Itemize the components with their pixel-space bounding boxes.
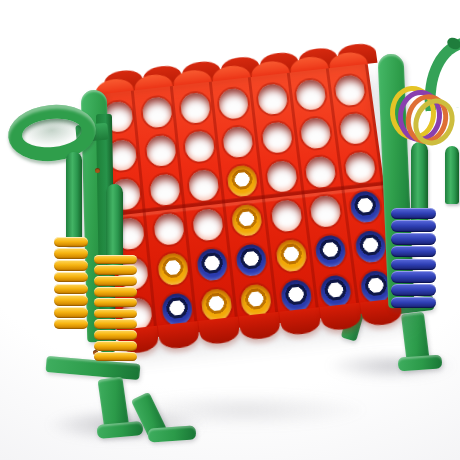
board-cell-r3c3 bbox=[182, 163, 225, 207]
blue-disc-r5c4 bbox=[236, 242, 269, 276]
empty-r2c2 bbox=[145, 134, 177, 167]
yellow-disc-r3c4 bbox=[227, 164, 259, 198]
blue-toss-ring bbox=[391, 246, 436, 258]
board-cell-r4c7 bbox=[343, 184, 388, 228]
board-cell-r5c2 bbox=[151, 246, 195, 291]
left-foot-rear bbox=[148, 425, 197, 442]
empty-r3c6 bbox=[305, 155, 338, 189]
board-scallop bbox=[319, 303, 362, 332]
yellow-disc-r4c4 bbox=[231, 203, 263, 237]
yellow-toss-ring bbox=[94, 352, 137, 362]
empty-r1c5 bbox=[257, 82, 289, 115]
yellow-ring-stack-outer bbox=[52, 234, 90, 332]
blue-disc-r4c7 bbox=[349, 189, 382, 223]
empty-r4c3 bbox=[192, 207, 224, 241]
empty-r1c4 bbox=[218, 87, 250, 120]
yellow-toss-ring bbox=[54, 295, 88, 306]
board-scallop bbox=[279, 307, 321, 336]
board-cell-r2c6 bbox=[294, 111, 338, 154]
board-cell-r2c5 bbox=[255, 116, 298, 159]
empty-r3c3 bbox=[188, 168, 220, 202]
board-cell-r4c5 bbox=[265, 193, 309, 237]
blue-disc-r5c6 bbox=[314, 233, 347, 267]
board-cell-r4c4 bbox=[225, 198, 269, 242]
yellow-toss-ring bbox=[94, 287, 137, 297]
yellow-toss-ring bbox=[54, 284, 88, 295]
board-cell-r4c3 bbox=[186, 202, 230, 246]
empty-r1c3 bbox=[180, 91, 212, 124]
empty-r3c2 bbox=[149, 173, 181, 207]
blue-toss-ring bbox=[391, 220, 436, 232]
empty-r2c4 bbox=[222, 125, 254, 158]
yellow-toss-ring bbox=[94, 319, 137, 329]
board-cell-r3c5 bbox=[260, 154, 304, 198]
board-cell-r1c5 bbox=[251, 78, 294, 121]
empty-r1c6 bbox=[295, 78, 327, 111]
yellow-toss-ring bbox=[54, 248, 88, 259]
empty-r2c3 bbox=[184, 129, 216, 162]
yellow-toss-ring bbox=[94, 255, 137, 265]
board-cell-r5c5 bbox=[269, 233, 313, 278]
board-cell-r1c2 bbox=[136, 91, 178, 134]
board-cell-r2c2 bbox=[139, 129, 182, 172]
game-board bbox=[95, 64, 401, 342]
yellow-toss-ring bbox=[94, 265, 137, 275]
empty-r2c6 bbox=[300, 116, 332, 149]
board-cell-r2c3 bbox=[178, 124, 221, 167]
yellow-toss-ring bbox=[94, 330, 137, 340]
yellow-toss-ring bbox=[54, 307, 88, 318]
yellow-toss-ring bbox=[54, 237, 88, 248]
yellow-toss-ring bbox=[54, 260, 88, 271]
empty-r4c6 bbox=[309, 194, 342, 228]
empty-r2c7 bbox=[339, 112, 372, 145]
board-scallop bbox=[238, 312, 280, 341]
empty-r3c5 bbox=[266, 159, 298, 193]
blue-toss-ring bbox=[391, 259, 436, 271]
empty-r3c7 bbox=[344, 150, 377, 184]
blue-disc-r5c3 bbox=[196, 247, 228, 281]
empty-r4c2 bbox=[153, 212, 185, 246]
board-cell-r5c6 bbox=[309, 228, 354, 273]
board-cell-r5c4 bbox=[230, 237, 274, 282]
yellow-toss-ring bbox=[94, 276, 137, 286]
board-cell-r2c7 bbox=[333, 107, 377, 150]
yellow-disc-r5c5 bbox=[275, 238, 308, 272]
yellow-toss-ring bbox=[54, 272, 88, 283]
board-cell-r3c7 bbox=[338, 145, 382, 188]
yellow-toss-ring bbox=[94, 341, 137, 351]
empty-r1c2 bbox=[141, 96, 172, 129]
board-scallop bbox=[198, 317, 240, 346]
board-cell-r5c3 bbox=[190, 242, 234, 287]
empty-r1c7 bbox=[334, 74, 366, 107]
board-cell-r1c4 bbox=[213, 82, 256, 125]
yellow-toss-ring bbox=[94, 309, 137, 319]
board-scallop bbox=[157, 321, 199, 350]
yellow-toss-ring bbox=[54, 319, 88, 330]
blue-toss-ring bbox=[391, 233, 436, 245]
blue-toss-ring bbox=[391, 271, 436, 283]
empty-r4c5 bbox=[270, 198, 303, 232]
board-cell-r4c2 bbox=[147, 207, 190, 251]
yellow-disc-r5c2 bbox=[157, 251, 189, 285]
blue-toss-ring bbox=[391, 297, 436, 309]
board-face bbox=[95, 64, 401, 342]
screw bbox=[95, 168, 100, 173]
ring-peg-left-outer bbox=[66, 152, 82, 246]
product-photo bbox=[0, 0, 460, 460]
blue-toss-ring bbox=[391, 208, 436, 220]
board-cell-r1c3 bbox=[174, 86, 217, 129]
board-cell-r1c7 bbox=[328, 69, 372, 111]
board-cell-r3c6 bbox=[299, 150, 343, 194]
board-cell-r3c4 bbox=[221, 159, 265, 203]
board-cell-r2c4 bbox=[217, 120, 260, 163]
far-ring-peg bbox=[445, 146, 459, 204]
empty-r2c5 bbox=[261, 121, 293, 154]
yellow-ring-stack-inner bbox=[92, 252, 139, 364]
board-cell-r3c2 bbox=[143, 168, 186, 212]
board-cell-r1c6 bbox=[289, 73, 332, 116]
blue-disc-r5c7 bbox=[354, 229, 387, 263]
yellow-toss-ring bbox=[94, 298, 137, 308]
blue-toss-ring bbox=[391, 284, 436, 296]
board-grid bbox=[97, 69, 398, 336]
board-cell-r4c6 bbox=[304, 189, 348, 233]
blue-ring-stack bbox=[389, 205, 438, 311]
